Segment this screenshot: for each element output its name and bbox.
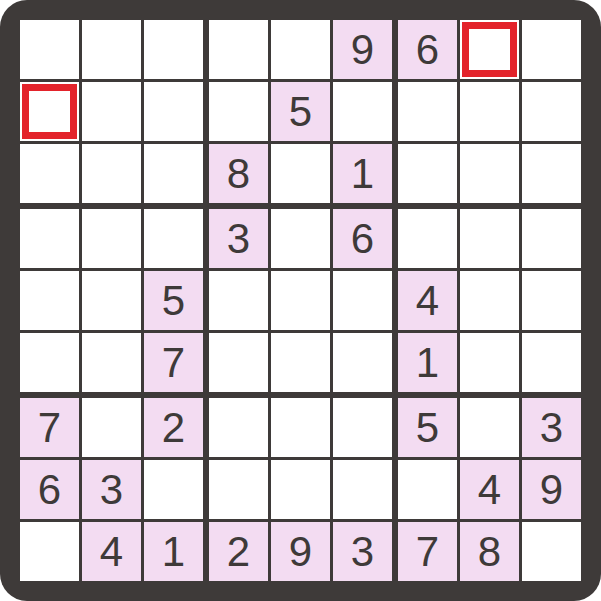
cell-r3c1[interactable] [20, 144, 79, 203]
cell-r9c4[interactable]: 2 [206, 522, 268, 581]
cell-r1c9[interactable] [522, 20, 581, 79]
cell-r9c6[interactable]: 3 [333, 522, 392, 581]
cell-r9c3[interactable]: 1 [144, 522, 203, 581]
cell-r4c6[interactable]: 6 [333, 206, 392, 268]
cell-r5c1[interactable] [20, 271, 79, 330]
cell-r7c2[interactable] [82, 395, 141, 457]
cell-r4c3[interactable] [144, 206, 203, 268]
cell-r8c6[interactable] [333, 460, 392, 519]
cell-r1c2[interactable] [82, 20, 141, 79]
red-box-marker [22, 84, 77, 139]
cell-r9c9[interactable] [522, 522, 581, 581]
cell-r6c1[interactable] [20, 333, 79, 392]
cell-r5c9[interactable] [522, 271, 581, 330]
cell-r8c5[interactable] [271, 460, 330, 519]
cell-r7c3[interactable]: 2 [144, 395, 203, 457]
cell-r6c7[interactable]: 1 [395, 333, 457, 392]
cell-r9c5[interactable]: 9 [271, 522, 330, 581]
cell-r8c3[interactable] [144, 460, 203, 519]
cell-r1c7[interactable]: 6 [395, 20, 457, 79]
cell-r3c6[interactable]: 1 [333, 144, 392, 203]
cell-r3c7[interactable] [395, 144, 457, 203]
cell-r2c8[interactable] [460, 82, 519, 141]
cell-r7c7[interactable]: 5 [395, 395, 457, 457]
cell-r9c7[interactable]: 7 [395, 522, 457, 581]
cell-r8c2[interactable]: 3 [82, 460, 141, 519]
cell-r3c8[interactable] [460, 144, 519, 203]
cell-r1c4[interactable] [206, 20, 268, 79]
cell-r7c1[interactable]: 7 [20, 395, 79, 457]
red-box-marker [462, 22, 517, 77]
cell-r9c8[interactable]: 8 [460, 522, 519, 581]
cell-r2c9[interactable] [522, 82, 581, 141]
cell-r1c6[interactable]: 9 [333, 20, 392, 79]
sudoku-board: 96581365471725363494129378 [0, 0, 601, 601]
cell-r5c5[interactable] [271, 271, 330, 330]
cell-r9c1[interactable] [20, 522, 79, 581]
cell-r7c6[interactable] [333, 395, 392, 457]
cell-r5c2[interactable] [82, 271, 141, 330]
cell-r6c8[interactable] [460, 333, 519, 392]
cell-r3c4[interactable]: 8 [206, 144, 268, 203]
cell-r3c2[interactable] [82, 144, 141, 203]
cell-r2c7[interactable] [395, 82, 457, 141]
cell-r6c4[interactable] [206, 333, 268, 392]
cell-r8c4[interactable] [206, 460, 268, 519]
cell-r6c9[interactable] [522, 333, 581, 392]
cell-r5c6[interactable] [333, 271, 392, 330]
cell-r6c3[interactable]: 7 [144, 333, 203, 392]
cell-r2c5[interactable]: 5 [271, 82, 330, 141]
cell-r2c3[interactable] [144, 82, 203, 141]
cell-r4c1[interactable] [20, 206, 79, 268]
cell-r7c8[interactable] [460, 395, 519, 457]
cell-r6c5[interactable] [271, 333, 330, 392]
cell-r6c2[interactable] [82, 333, 141, 392]
cell-r4c7[interactable] [395, 206, 457, 268]
cell-r1c5[interactable] [271, 20, 330, 79]
cell-r7c4[interactable] [206, 395, 268, 457]
cell-r5c4[interactable] [206, 271, 268, 330]
cell-r6c6[interactable] [333, 333, 392, 392]
cell-r4c2[interactable] [82, 206, 141, 268]
cell-r3c3[interactable] [144, 144, 203, 203]
cell-r4c4[interactable]: 3 [206, 206, 268, 268]
cell-r5c8[interactable] [460, 271, 519, 330]
cell-r7c9[interactable]: 3 [522, 395, 581, 457]
cell-r4c9[interactable] [522, 206, 581, 268]
cell-r9c2[interactable]: 4 [82, 522, 141, 581]
cell-r8c7[interactable] [395, 460, 457, 519]
cell-r1c1[interactable] [20, 20, 79, 79]
cell-r1c8[interactable] [460, 20, 519, 79]
cell-r1c3[interactable] [144, 20, 203, 79]
cell-r8c8[interactable]: 4 [460, 460, 519, 519]
cell-r2c1[interactable] [20, 82, 79, 141]
cell-r3c9[interactable] [522, 144, 581, 203]
cell-r4c5[interactable] [271, 206, 330, 268]
cell-r4c8[interactable] [460, 206, 519, 268]
cell-r5c7[interactable]: 4 [395, 271, 457, 330]
cell-r7c5[interactable] [271, 395, 330, 457]
cell-r2c4[interactable] [206, 82, 268, 141]
cell-r8c9[interactable]: 9 [522, 460, 581, 519]
cell-r3c5[interactable] [271, 144, 330, 203]
cell-r5c3[interactable]: 5 [144, 271, 203, 330]
cell-r8c1[interactable]: 6 [20, 460, 79, 519]
cell-r2c6[interactable] [333, 82, 392, 141]
cell-r2c2[interactable] [82, 82, 141, 141]
sudoku-grid: 96581365471725363494129378 [20, 20, 581, 581]
